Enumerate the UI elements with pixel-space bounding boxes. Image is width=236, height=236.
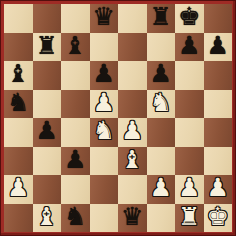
square-c5[interactable] [61,90,90,119]
white-pawn-f2[interactable]: ♟ [150,175,172,203]
white-pawn-h2[interactable]: ♟ [207,175,229,203]
square-b7[interactable]: ♜ [33,33,62,62]
black-king-g8[interactable]: ♚ [178,4,200,32]
square-a8[interactable] [4,4,33,33]
square-f7[interactable] [147,33,176,62]
square-g3[interactable] [175,147,204,176]
square-c6[interactable] [61,61,90,90]
black-queen-e1[interactable]: ♛ [121,204,143,232]
black-pawn-d6[interactable]: ♟ [93,61,115,89]
square-d8[interactable]: ♛ [90,4,119,33]
square-f5[interactable]: ♞ [147,90,176,119]
white-knight-d4[interactable]: ♞ [93,118,115,146]
square-c8[interactable] [61,4,90,33]
square-h5[interactable] [204,90,233,119]
square-c3[interactable]: ♟ [61,147,90,176]
black-pawn-f6[interactable]: ♟ [150,61,172,89]
white-pawn-g2[interactable]: ♟ [178,175,200,203]
square-a6[interactable]: ♝ [4,61,33,90]
square-b5[interactable] [33,90,62,119]
square-a4[interactable] [4,118,33,147]
square-b2[interactable] [33,175,62,204]
square-d5[interactable]: ♟ [90,90,119,119]
square-e4[interactable]: ♟ [118,118,147,147]
square-g8[interactable]: ♚ [175,4,204,33]
square-e7[interactable] [118,33,147,62]
square-h2[interactable]: ♟ [204,175,233,204]
square-e2[interactable] [118,175,147,204]
square-h8[interactable] [204,4,233,33]
chess-board-frame: ♛♜♚♜♝♟♟♝♟♟♞♟♞♟♞♟♟♝♟♟♟♟♝♞♛♜♚ [0,0,236,236]
square-e1[interactable]: ♛ [118,204,147,233]
white-pawn-e4[interactable]: ♟ [121,118,143,146]
square-c4[interactable] [61,118,90,147]
square-f4[interactable] [147,118,176,147]
square-f2[interactable]: ♟ [147,175,176,204]
black-bishop-c7[interactable]: ♝ [64,33,86,61]
square-h6[interactable] [204,61,233,90]
square-h3[interactable] [204,147,233,176]
square-e5[interactable] [118,90,147,119]
square-f6[interactable]: ♟ [147,61,176,90]
square-g7[interactable]: ♟ [175,33,204,62]
white-pawn-a2[interactable]: ♟ [7,175,29,203]
square-b6[interactable] [33,61,62,90]
square-d6[interactable]: ♟ [90,61,119,90]
black-queen-d8[interactable]: ♛ [93,4,115,32]
black-knight-a5[interactable]: ♞ [7,90,29,118]
square-f1[interactable] [147,204,176,233]
square-a3[interactable] [4,147,33,176]
white-bishop-e3[interactable]: ♝ [121,147,143,175]
square-h4[interactable] [204,118,233,147]
square-b4[interactable]: ♟ [33,118,62,147]
white-pawn-d5[interactable]: ♟ [93,90,115,118]
square-b8[interactable] [33,4,62,33]
white-knight-f5[interactable]: ♞ [150,90,172,118]
square-c1[interactable]: ♞ [61,204,90,233]
square-a5[interactable]: ♞ [4,90,33,119]
black-knight-c1[interactable]: ♞ [64,204,86,232]
square-a2[interactable]: ♟ [4,175,33,204]
square-a1[interactable] [4,204,33,233]
black-pawn-c3[interactable]: ♟ [64,147,86,175]
square-e8[interactable] [118,4,147,33]
square-d1[interactable] [90,204,119,233]
square-b3[interactable] [33,147,62,176]
black-rook-b7[interactable]: ♜ [36,33,58,61]
square-f8[interactable]: ♜ [147,4,176,33]
black-bishop-a6[interactable]: ♝ [7,61,29,89]
square-g2[interactable]: ♟ [175,175,204,204]
square-d3[interactable] [90,147,119,176]
square-f3[interactable] [147,147,176,176]
white-rook-g1[interactable]: ♜ [178,204,200,232]
square-g4[interactable] [175,118,204,147]
black-pawn-g7[interactable]: ♟ [178,33,200,61]
square-g6[interactable] [175,61,204,90]
black-pawn-b4[interactable]: ♟ [36,118,58,146]
square-d4[interactable]: ♞ [90,118,119,147]
black-rook-f8[interactable]: ♜ [150,4,172,32]
square-d7[interactable] [90,33,119,62]
square-g5[interactable] [175,90,204,119]
square-h1[interactable]: ♚ [204,204,233,233]
black-pawn-h7[interactable]: ♟ [207,33,229,61]
square-c7[interactable]: ♝ [61,33,90,62]
square-h7[interactable]: ♟ [204,33,233,62]
square-g1[interactable]: ♜ [175,204,204,233]
chess-board: ♛♜♚♜♝♟♟♝♟♟♞♟♞♟♞♟♟♝♟♟♟♟♝♞♛♜♚ [4,4,232,232]
square-e6[interactable] [118,61,147,90]
square-e3[interactable]: ♝ [118,147,147,176]
square-b1[interactable]: ♝ [33,204,62,233]
square-c2[interactable] [61,175,90,204]
white-bishop-b1[interactable]: ♝ [36,204,58,232]
square-a7[interactable] [4,33,33,62]
white-king-h1[interactable]: ♚ [207,204,229,232]
square-d2[interactable] [90,175,119,204]
